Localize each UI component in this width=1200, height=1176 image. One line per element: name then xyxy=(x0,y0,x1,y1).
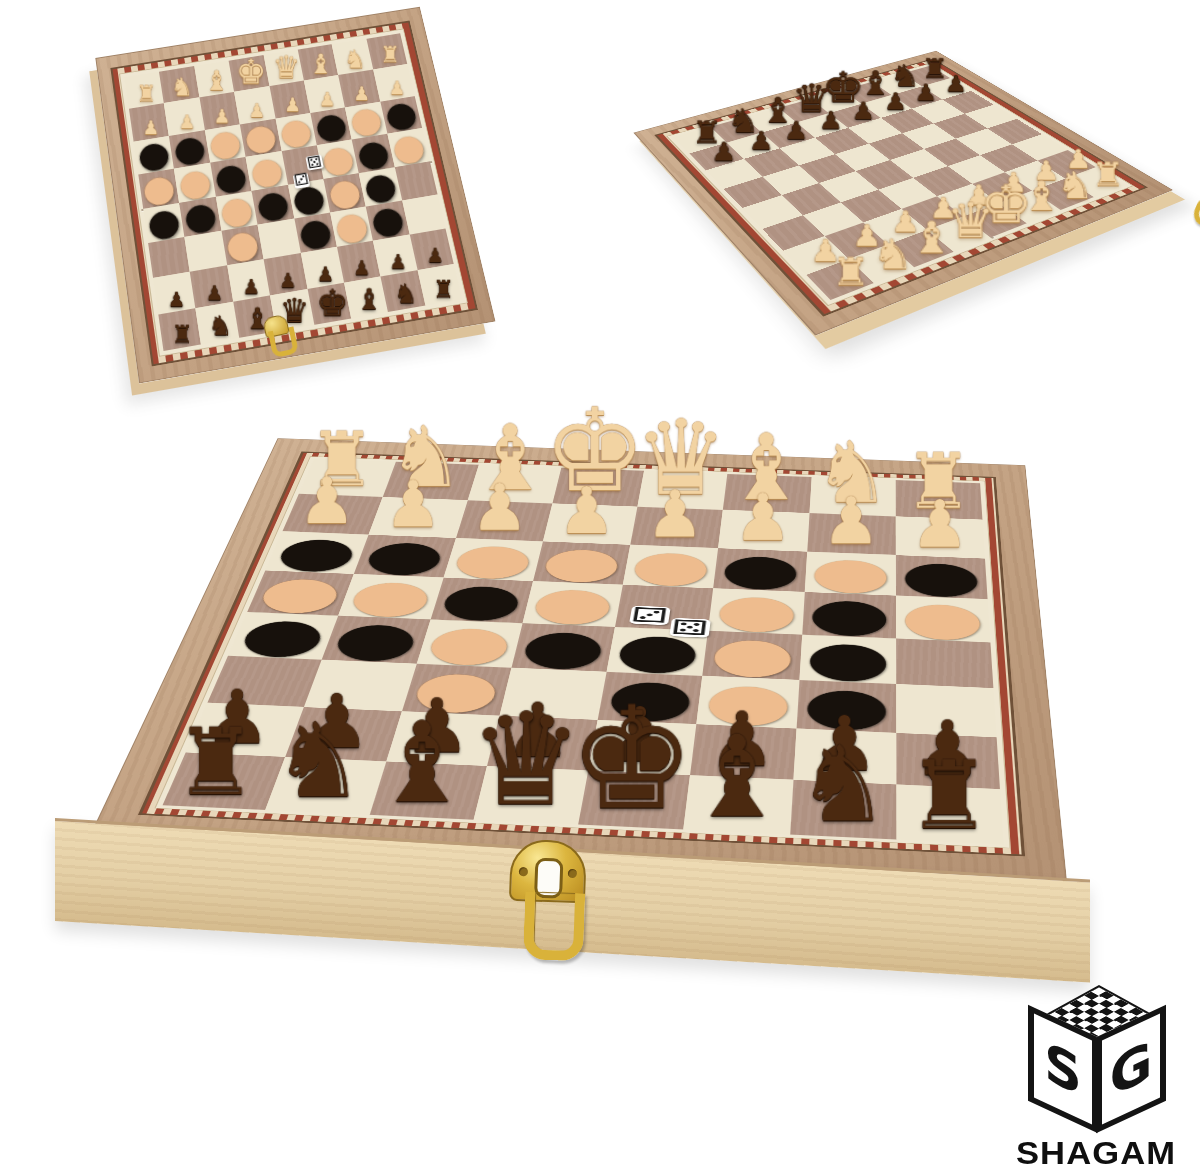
square-r0c6: ♞ xyxy=(809,477,895,516)
square-r1c7: ♟ xyxy=(921,78,971,100)
square-r2c6: ● xyxy=(804,551,895,595)
chess-piece-light-pawn: ♟ xyxy=(384,475,442,534)
square-r2c0: ● xyxy=(134,136,175,175)
square-r0c7: ♜ xyxy=(366,33,407,69)
chess-piece-light-bishop: ♝ xyxy=(910,218,954,258)
tan-checker-disc: ● xyxy=(533,541,631,584)
chess-piece-dark-king: ♚ xyxy=(822,69,865,108)
chess-piece-light-rook: ♜ xyxy=(380,45,400,65)
tan-checker-disc: ● xyxy=(246,151,288,190)
square-r1c2: ♟ xyxy=(199,92,240,130)
square-r3c2: ● xyxy=(430,577,533,623)
chess-piece-dark-pawn: ♟ xyxy=(944,74,967,95)
square-r1c3: ♟ xyxy=(234,87,275,125)
black-checker-disc: ● xyxy=(713,548,806,592)
brand-logo: S G SHAGAM xyxy=(998,987,1194,1172)
tan-checker-disc: ● xyxy=(338,574,443,620)
square-r2c5: ● xyxy=(713,548,806,592)
chess-piece-dark-pawn: ♟ xyxy=(711,140,737,164)
square-r0c3: ♚ xyxy=(552,468,644,507)
gold-clasp-main xyxy=(501,839,589,960)
clasp-ring xyxy=(1190,193,1200,230)
square-r0c4: ♚ xyxy=(811,90,861,113)
square-r0c7: ♜ xyxy=(895,480,982,520)
square-r0c3: ♛ xyxy=(778,99,829,123)
square-r2c5 xyxy=(881,109,934,133)
square-r0c1: ♞ xyxy=(383,462,479,501)
chess-piece-light-queen: ♛ xyxy=(272,54,300,82)
tan-checker-disc: ● xyxy=(240,119,281,157)
square-r7c0: ♜ xyxy=(163,752,286,810)
black-checker-disc: ● xyxy=(896,555,988,599)
square-r2c7 xyxy=(942,91,993,114)
black-checker-disc: ● xyxy=(322,616,430,664)
chess-piece-dark-bishop: ♝ xyxy=(356,287,382,313)
chess-piece-dark-pawn: ♟ xyxy=(353,259,371,277)
tan-checker-disc: ● xyxy=(345,102,387,140)
chess-piece-dark-pawn: ♟ xyxy=(279,272,297,290)
chess-piece-dark-pawn: ♟ xyxy=(851,100,875,122)
tan-checker-disc: ● xyxy=(247,570,354,615)
chess-piece-light-knight: ♞ xyxy=(1056,169,1094,203)
square-r7c5: ♝ xyxy=(684,775,793,834)
black-checker-disc: ● xyxy=(354,534,456,577)
square-r1c0: ♟ xyxy=(283,494,383,535)
square-r2c5: ● xyxy=(310,107,352,145)
square-r3c7: ● xyxy=(896,596,991,643)
chess-piece-dark-king: ♚ xyxy=(568,693,695,823)
chess-piece-light-bishop: ♝ xyxy=(725,425,807,509)
squares-grid: ♜♞♝♚♛♝♞♜♟♟♟♟♟♟♟♟●●●●●●●●●●●●●●●●●●●●●●●●… xyxy=(124,33,461,351)
chess-piece-light-pawn: ♟ xyxy=(558,481,616,540)
board-plane-main-display-view: ♜♞♝♚♛♝♞♜♟♟♟♟♟♟♟♟●●●●●●●●●●●●●●●●●●●●●●●●… xyxy=(91,438,1067,880)
square-r2c2: ● xyxy=(205,124,246,163)
square-r0c2: ♝ xyxy=(745,108,796,132)
chess-piece-light-knight: ♞ xyxy=(388,419,463,496)
chess-piece-dark-bishop: ♝ xyxy=(372,711,472,814)
chess-piece-dark-pawn: ♟ xyxy=(390,253,408,271)
gold-clasp-open-board xyxy=(1192,193,1200,226)
chess-piece-light-pawn: ♟ xyxy=(389,80,406,97)
chess-piece-light-knight: ♞ xyxy=(872,236,913,274)
chess-piece-light-rook: ♜ xyxy=(1091,160,1124,190)
square-r0c6: ♞ xyxy=(872,74,921,95)
square-r1c2: ♟ xyxy=(456,500,553,541)
chess-piece-dark-knight: ♞ xyxy=(272,714,365,809)
square-r0c5: ♝ xyxy=(298,44,339,81)
board-open-perspective-view: ♜♞♝♛♚♝♞♜♟♟♟♟♟♟♟♟♟♟♟♟♟♟♟♟♜♞♝♛♚♝♞♜ xyxy=(590,0,1190,360)
chess-piece-dark-pawn: ♟ xyxy=(883,91,907,112)
chess-piece-dark-rook: ♜ xyxy=(432,278,453,300)
black-checker-disc: ● xyxy=(169,130,210,169)
chess-piece-light-pawn: ♟ xyxy=(734,488,792,548)
square-r2c1: ● xyxy=(169,130,210,169)
chess-piece-light-knight: ♞ xyxy=(344,48,366,71)
square-r0c4: ♛ xyxy=(637,471,727,510)
chess-piece-dark-rook: ♜ xyxy=(907,752,992,839)
chess-piece-dark-pawn: ♟ xyxy=(784,119,809,142)
chess-piece-dark-pawn: ♟ xyxy=(242,278,260,296)
black-checker-disc: ● xyxy=(430,577,533,623)
square-r1c4: ♟ xyxy=(829,104,881,128)
square-r0c2: ♝ xyxy=(194,61,234,98)
chess-piece-light-bishop: ♝ xyxy=(470,416,551,499)
square-r7c1: ♞ xyxy=(266,757,386,815)
square-r1c4: ♟ xyxy=(630,507,723,548)
chess-piece-dark-bishop: ♝ xyxy=(686,725,787,829)
chess-piece-light-rook: ♜ xyxy=(136,84,156,105)
chess-piece-light-bishop: ♝ xyxy=(309,52,333,77)
square-r4c1: ● xyxy=(179,196,221,236)
chess-piece-dark-king: ♚ xyxy=(316,286,349,319)
square-r2c7: ● xyxy=(380,96,422,134)
chess-piece-light-bishop: ♝ xyxy=(204,68,228,93)
square-r3c0: ● xyxy=(247,570,354,615)
square-r0c6: ♞ xyxy=(332,39,373,76)
square-r1c6: ♟ xyxy=(338,70,379,107)
square-r2c4: ● xyxy=(623,545,718,589)
chess-piece-light-knight: ♞ xyxy=(170,76,192,99)
square-r2c3: ● xyxy=(240,119,281,157)
chess-piece-dark-bishop: ♝ xyxy=(760,95,795,127)
square-r2c3 xyxy=(815,128,869,154)
chess-piece-light-pawn: ♟ xyxy=(143,119,160,136)
chess-piece-light-pawn: ♟ xyxy=(284,97,301,114)
square-r7c4: ♚ xyxy=(307,282,351,325)
chess-piece-dark-pawn: ♟ xyxy=(168,290,186,308)
square-r2c4: ● xyxy=(275,113,317,151)
tan-checker-disc: ● xyxy=(623,545,718,589)
black-checker-disc: ● xyxy=(310,107,352,145)
chess-piece-dark-queen: ♛ xyxy=(469,701,584,819)
chess-piece-light-pawn: ♟ xyxy=(178,114,195,131)
square-r1c5: ♟ xyxy=(718,510,809,551)
clasp-hook xyxy=(523,891,585,961)
chess-piece-light-rook: ♜ xyxy=(308,424,375,493)
square-r1c4: ♟ xyxy=(269,81,310,119)
square-r4c3: ● xyxy=(511,623,615,672)
square-r4c7 xyxy=(896,639,994,689)
chess-piece-light-king: ♚ xyxy=(236,56,266,87)
square-r7c5: ♝ xyxy=(344,276,388,318)
square-r2c2: ● xyxy=(443,538,543,581)
chess-piece-light-pawn: ♟ xyxy=(249,102,266,119)
chess-piece-dark-knight: ♞ xyxy=(726,106,760,136)
black-checker-disc: ● xyxy=(265,531,369,574)
square-r0c5: ♝ xyxy=(842,82,892,104)
square-r4c7 xyxy=(987,119,1042,144)
chess-piece-light-pawn: ♟ xyxy=(214,108,231,125)
squares-grid: ♜♞♝♛♚♝♞♜♟♟♟♟♟♟♟♟♟♟♟♟♟♟♟♟♜♞♝♛♚♝♞♜ xyxy=(674,66,1125,300)
tan-checker-disc: ● xyxy=(443,538,543,581)
square-r7c6: ♞ xyxy=(790,780,897,840)
chess-piece-light-pawn: ♟ xyxy=(319,91,336,108)
square-r3c4 xyxy=(615,585,713,631)
square-r4c6 xyxy=(956,129,1011,155)
tan-checker-disc: ● xyxy=(804,551,895,595)
square-r1c5: ♟ xyxy=(861,95,912,118)
square-r7c6: ♞ xyxy=(381,270,425,312)
square-r3c4 xyxy=(868,133,923,160)
tan-checker-disc: ● xyxy=(275,113,317,151)
square-r0c4: ♛ xyxy=(263,50,304,87)
chess-piece-light-rook: ♜ xyxy=(905,446,974,516)
square-r1c1: ♟ xyxy=(369,497,467,538)
logo-cube-icon: S G xyxy=(1021,987,1171,1119)
black-checker-disc: ● xyxy=(380,96,422,134)
product-photo-scene: ♜♞♝♚♛♝♞♜♟♟♟♟♟♟♟♟●●●●●●●●●●●●●●●●●●●●●●●●… xyxy=(0,0,1200,1176)
chess-piece-light-pawn: ♟ xyxy=(354,85,371,102)
square-r3c3: ● xyxy=(246,151,288,190)
square-r3c1: ● xyxy=(338,574,443,620)
dice-1: ⚂ xyxy=(629,606,671,626)
square-r3c3: ● xyxy=(522,581,623,627)
square-r1c6: ♟ xyxy=(892,86,942,108)
square-r0c0: ♜ xyxy=(124,72,164,109)
square-r2c3: ● xyxy=(533,541,631,584)
board-plane-open-perspective-view: ♜♞♝♛♚♝♞♜♟♟♟♟♟♟♟♟♟♟♟♟♟♟♟♟♜♞♝♛♚♝♞♜ xyxy=(633,51,1173,336)
square-r4c1: ● xyxy=(322,616,430,664)
square-r3c7 xyxy=(964,104,1017,128)
square-r1c3: ♟ xyxy=(796,113,848,138)
tan-checker-disc: ● xyxy=(896,596,991,643)
black-checker-disc: ● xyxy=(179,196,221,236)
chess-piece-dark-pawn: ♟ xyxy=(914,82,937,103)
black-checker-disc: ● xyxy=(511,623,615,672)
brand-name: SHAGAM xyxy=(990,1135,1200,1172)
chess-piece-dark-rook: ♜ xyxy=(174,719,257,804)
square-r0c2: ♝ xyxy=(467,465,561,504)
square-r7c7: ♜ xyxy=(896,784,1003,844)
square-r2c6: ● xyxy=(345,102,387,140)
chess-piece-light-pawn: ♟ xyxy=(911,494,969,554)
chess-piece-light-pawn: ♟ xyxy=(646,485,704,544)
square-r0c1: ♞ xyxy=(159,66,199,103)
chess-piece-light-queen: ♛ xyxy=(634,410,727,506)
square-r3c5 xyxy=(901,123,955,149)
square-r2c1: ● xyxy=(354,534,456,577)
chess-piece-light-rook: ♜ xyxy=(832,255,870,290)
black-checker-disc: ● xyxy=(134,136,175,175)
square-r7c4: ♚ xyxy=(578,770,690,829)
square-r3c6 xyxy=(933,114,987,139)
chess-piece-dark-pawn: ♟ xyxy=(426,247,444,265)
square-r0c5: ♝ xyxy=(723,474,811,513)
chess-piece-light-pawn: ♟ xyxy=(822,491,880,551)
square-r1c6: ♟ xyxy=(807,513,896,555)
tan-checker-disc: ● xyxy=(522,581,623,627)
square-r2c4 xyxy=(848,118,901,143)
square-r2c0: ● xyxy=(265,531,369,574)
dice-1: ⚄ xyxy=(306,155,323,171)
square-r1c7: ♟ xyxy=(373,64,415,101)
chess-piece-dark-pawn: ♟ xyxy=(205,284,223,302)
square-r1c1: ♟ xyxy=(164,98,204,136)
chess-piece-dark-knight: ♞ xyxy=(394,282,418,307)
square-r1c2: ♟ xyxy=(762,122,815,148)
chess-piece-light-king: ♚ xyxy=(544,397,647,502)
square-r1c7: ♟ xyxy=(896,516,985,558)
chess-piece-dark-bishop: ♝ xyxy=(858,68,891,98)
chess-piece-dark-pawn: ♟ xyxy=(316,265,334,283)
square-r0c0: ♜ xyxy=(299,459,396,497)
chess-piece-light-pawn: ♟ xyxy=(471,478,529,537)
square-r2c6 xyxy=(912,100,964,124)
square-r1c5: ♟ xyxy=(304,75,345,112)
square-r2c7: ● xyxy=(896,555,988,599)
square-r1c0: ♟ xyxy=(129,103,169,141)
square-r1c3: ♟ xyxy=(543,504,638,545)
chess-piece-dark-knight: ♞ xyxy=(890,62,920,89)
square-r0c3: ♚ xyxy=(229,55,269,92)
square-r0c7: ♜ xyxy=(902,66,950,87)
tan-checker-disc: ● xyxy=(205,124,246,163)
chess-piece-dark-knight: ♞ xyxy=(796,737,890,833)
squares-grid: ♜♞♝♚♛♝♞♜♟♟♟♟♟♟♟♟●●●●●●●●●●●●●●●●●●●●●●●●… xyxy=(163,459,1004,845)
chess-piece-light-pawn: ♟ xyxy=(298,472,355,531)
chess-piece-dark-rook: ♜ xyxy=(921,57,948,81)
chess-piece-dark-pawn: ♟ xyxy=(748,130,774,153)
chess-piece-light-knight: ♞ xyxy=(814,434,890,512)
